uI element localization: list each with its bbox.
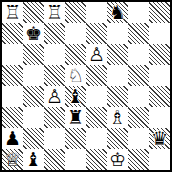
black-knight-icon: ♞ [107,2,128,23]
white-rook-icon-fill: ♜ [2,2,23,23]
square-b6[interactable] [23,44,44,65]
square-h1[interactable] [149,149,170,170]
square-h3[interactable] [149,107,170,128]
square-g7[interactable] [128,23,149,44]
square-e7[interactable] [86,23,107,44]
square-b2[interactable] [23,128,44,149]
square-e5[interactable] [86,65,107,86]
square-b7[interactable]: ♚ [23,23,44,44]
black-bishop-icon: ♝ [65,86,86,107]
white-queen-icon-fill: ♛ [2,149,23,170]
square-f2[interactable] [107,128,128,149]
square-b5[interactable] [23,65,44,86]
square-f1[interactable]: ♚♔ [107,149,128,170]
square-d1[interactable] [65,149,86,170]
square-d6[interactable] [65,44,86,65]
white-knight-icon-fill: ♞ [65,65,86,86]
white-bishop-icon-fill: ♝ [107,107,128,128]
white-rook-icon: ♖ [44,2,65,23]
square-b4[interactable] [23,86,44,107]
square-a6[interactable] [2,44,23,65]
square-c6[interactable] [44,44,65,65]
square-f6[interactable] [107,44,128,65]
square-g8[interactable] [128,2,149,23]
white-queen-icon: ♕ [2,149,23,170]
square-h8[interactable] [149,2,170,23]
black-rook-icon: ♜ [65,107,86,128]
square-e1[interactable] [86,149,107,170]
square-g5[interactable] [128,65,149,86]
square-a1[interactable]: ♛♕ [2,149,23,170]
white-rook-icon-fill: ♜ [44,2,65,23]
square-d5[interactable]: ♞♘ [65,65,86,86]
white-pawn-icon: ♙ [44,86,65,107]
board-grid: ♜♖♜♖♞♚♟♙♞♘♟♙♝♜♝♗♟♛♛♕♝♚♔ [2,2,170,170]
square-g2[interactable] [128,128,149,149]
square-e2[interactable] [86,128,107,149]
white-bishop-icon: ♗ [107,107,128,128]
square-f4[interactable] [107,86,128,107]
square-a8[interactable]: ♜♖ [2,2,23,23]
square-d4[interactable]: ♝ [65,86,86,107]
square-c3[interactable] [44,107,65,128]
square-a7[interactable] [2,23,23,44]
white-pawn-icon-fill: ♟ [86,44,107,65]
square-h5[interactable] [149,65,170,86]
square-h2[interactable]: ♛ [149,128,170,149]
square-b8[interactable] [23,2,44,23]
square-a4[interactable] [2,86,23,107]
square-b1[interactable]: ♝ [23,149,44,170]
square-g4[interactable] [128,86,149,107]
square-g3[interactable] [128,107,149,128]
square-b3[interactable] [23,107,44,128]
square-a5[interactable] [2,65,23,86]
square-d2[interactable] [65,128,86,149]
square-c8[interactable]: ♜♖ [44,2,65,23]
square-c4[interactable]: ♟♙ [44,86,65,107]
square-f3[interactable]: ♝♗ [107,107,128,128]
square-h6[interactable] [149,44,170,65]
square-a2[interactable]: ♟ [2,128,23,149]
square-d7[interactable] [65,23,86,44]
black-queen-icon: ♛ [149,128,170,149]
black-pawn-icon: ♟ [2,128,23,149]
square-g6[interactable] [128,44,149,65]
black-king-icon: ♚ [23,23,44,44]
square-e8[interactable] [86,2,107,23]
square-e4[interactable] [86,86,107,107]
square-c5[interactable] [44,65,65,86]
square-f8[interactable]: ♞ [107,2,128,23]
square-d3[interactable]: ♜ [65,107,86,128]
white-pawn-icon-fill: ♟ [44,86,65,107]
square-d8[interactable] [65,2,86,23]
square-a3[interactable] [2,107,23,128]
white-pawn-icon: ♙ [86,44,107,65]
black-bishop-icon: ♝ [23,149,44,170]
white-knight-icon: ♘ [65,65,86,86]
square-f5[interactable] [107,65,128,86]
chess-board: ♜♖♜♖♞♚♟♙♞♘♟♙♝♜♝♗♟♛♛♕♝♚♔ [0,0,172,172]
square-h4[interactable] [149,86,170,107]
square-e6[interactable]: ♟♙ [86,44,107,65]
white-king-icon-fill: ♚ [107,149,128,170]
square-c1[interactable] [44,149,65,170]
square-c2[interactable] [44,128,65,149]
white-king-icon: ♔ [107,149,128,170]
white-rook-icon: ♖ [2,2,23,23]
square-e3[interactable] [86,107,107,128]
square-g1[interactable] [128,149,149,170]
square-h7[interactable] [149,23,170,44]
square-c7[interactable] [44,23,65,44]
square-f7[interactable] [107,23,128,44]
